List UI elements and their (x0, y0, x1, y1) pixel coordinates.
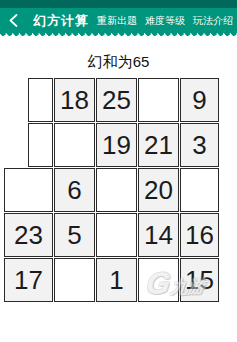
grid-cell-r5-c5: 15 (180, 258, 219, 302)
magic-sum-label: 幻和为65 (0, 53, 237, 72)
app-bar: 幻方计算 重新出题 难度等级 玩法介绍 (0, 8, 237, 33)
grid-cell-r2-c5: 3 (180, 123, 219, 167)
back-chevron-icon (9, 14, 18, 27)
grid-cell-r5-c3: 1 (96, 258, 137, 302)
grid-cell-r5-c4[interactable] (138, 258, 179, 302)
grid-cell-r1-c4[interactable] (138, 78, 179, 122)
grid-row: 17115 (4, 258, 219, 302)
grid-cell-r3-c2: 6 (54, 168, 95, 212)
page-title: 幻方计算 (33, 12, 89, 30)
grid-cell-r2-c2[interactable] (54, 123, 95, 167)
app-screen: 幻方计算 重新出题 难度等级 玩法介绍 幻和为65 18259192136202… (0, 0, 237, 342)
grid-cell-r1-c1[interactable] (28, 78, 53, 122)
grid-cell-r4-c4: 14 (138, 213, 179, 257)
grid-cell-r1-c3: 25 (96, 78, 137, 122)
grid-cell-r4-c5: 16 (180, 213, 219, 257)
grid-cell-r2-c4: 21 (138, 123, 179, 167)
grid-row: 2351416 (4, 213, 219, 257)
grid-row: 18259 (4, 78, 219, 122)
grid-cell-r3-c1[interactable] (4, 168, 53, 212)
app-bar-menu: 重新出题 难度等级 玩法介绍 (97, 14, 237, 28)
grid-row: 19213 (4, 123, 219, 167)
grid-cell-r3-c5[interactable] (180, 168, 219, 212)
status-bar (0, 0, 237, 8)
scallop-edge (0, 33, 237, 39)
menu-item-difficulty[interactable]: 难度等级 (145, 14, 185, 28)
grid-cell-r3-c3[interactable] (96, 168, 137, 212)
grid-cell-r5-c2[interactable] (54, 258, 95, 302)
grid-cell-r1-c2: 18 (54, 78, 95, 122)
back-button[interactable] (0, 8, 26, 33)
grid-cell-r1-c5: 9 (180, 78, 219, 122)
grid-cell-r5-c1: 17 (4, 258, 53, 302)
grid-row: 620 (4, 168, 219, 212)
menu-item-how-to-play[interactable]: 玩法介绍 (193, 14, 233, 28)
grid-cell-r4-c1: 23 (4, 213, 53, 257)
grid-cell-r4-c2: 5 (54, 213, 95, 257)
menu-item-new-puzzle[interactable]: 重新出题 (97, 14, 137, 28)
grid-cell-r2-c1[interactable] (28, 123, 53, 167)
grid-cell-r2-c3: 19 (96, 123, 137, 167)
grid-cell-r4-c3[interactable] (96, 213, 137, 257)
magic-square-grid: 1825919213620235141617115 (4, 78, 219, 302)
grid-cell-r3-c4: 20 (138, 168, 179, 212)
